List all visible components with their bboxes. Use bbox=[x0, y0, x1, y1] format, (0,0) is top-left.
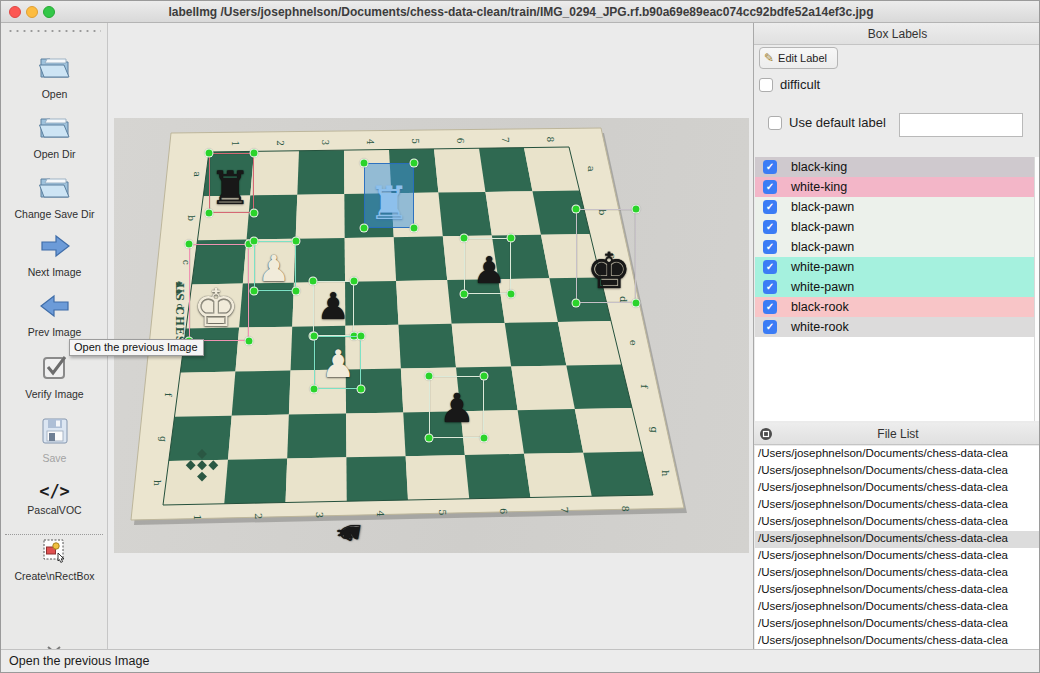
box-visible-checkbox[interactable]: ✓ bbox=[763, 240, 777, 254]
square-c5 bbox=[394, 236, 447, 281]
square-a2 bbox=[250, 151, 299, 196]
square-h6 bbox=[465, 454, 531, 499]
file-row[interactable]: /Users/josephnelson/Documents/chess-data… bbox=[755, 548, 1040, 565]
tool-save[interactable]: Save bbox=[1, 417, 108, 464]
box-label-row[interactable]: ✓white-king bbox=[755, 177, 1034, 197]
file-row[interactable]: /Users/josephnelson/Documents/chess-data… bbox=[755, 599, 1040, 616]
bbox-corner-handle[interactable] bbox=[410, 159, 419, 168]
bbox-corner-handle[interactable] bbox=[480, 434, 489, 443]
mat-coordinate-label: g bbox=[158, 436, 168, 442]
bbox-corner-handle[interactable] bbox=[507, 234, 516, 243]
tool-label: Save bbox=[1, 452, 108, 464]
box-visible-checkbox[interactable]: ✓ bbox=[763, 200, 777, 214]
toolbar-drag-handle[interactable] bbox=[7, 29, 101, 33]
box-visible-checkbox[interactable]: ✓ bbox=[763, 160, 777, 174]
mat-coordinate-label: e bbox=[628, 340, 639, 346]
default-label-input[interactable] bbox=[899, 113, 1023, 137]
bbox-corner-handle[interactable] bbox=[572, 299, 581, 308]
mat-coordinate-label: 8 bbox=[620, 505, 631, 511]
square-b6 bbox=[438, 192, 491, 236]
toolbar-sidebar: OpenOpen DirChange Save DirNext ImagePre… bbox=[1, 23, 108, 649]
bbox-black-pawn[interactable] bbox=[429, 376, 484, 438]
tool-create-rectbox[interactable]: Create\nRectBox bbox=[1, 539, 108, 582]
mat-coordinate-label: 5 bbox=[410, 138, 420, 144]
bbox-corner-handle[interactable] bbox=[250, 209, 259, 218]
edit-label-button[interactable]: ✎ Edit Label bbox=[759, 47, 838, 69]
square-e7 bbox=[505, 322, 567, 367]
square-f2 bbox=[232, 371, 291, 416]
tool-open-dir[interactable]: Open Dir bbox=[1, 113, 108, 160]
bbox-corner-handle[interactable] bbox=[572, 205, 581, 214]
bbox-corner-handle[interactable] bbox=[185, 240, 194, 249]
square-e6 bbox=[452, 323, 512, 368]
use-default-label-checkbox[interactable] bbox=[768, 116, 782, 130]
file-row[interactable]: /Users/josephnelson/Documents/chess-data… bbox=[755, 582, 1040, 599]
square-g2 bbox=[228, 415, 289, 460]
mat-coordinate-label: h bbox=[152, 480, 162, 486]
square-e5 bbox=[399, 324, 457, 369]
difficult-label: difficult bbox=[780, 77, 820, 92]
box-visible-checkbox[interactable]: ✓ bbox=[763, 180, 777, 194]
box-visible-checkbox[interactable]: ✓ bbox=[763, 320, 777, 334]
edit-label-button-text: Edit Label bbox=[778, 52, 827, 64]
mat-coordinate-label: 2 bbox=[275, 140, 285, 146]
image-canvas[interactable]: 1122334455667788aabbccddeeffgghhUS CHESS… bbox=[108, 23, 753, 649]
file-row[interactable]: /Users/josephnelson/Documents/chess-data… bbox=[755, 480, 1040, 497]
file-row[interactable]: /Users/josephnelson/Documents/chess-data… bbox=[755, 446, 1040, 463]
square-f8 bbox=[566, 365, 632, 410]
bbox-corner-handle[interactable] bbox=[245, 337, 254, 346]
box-label-row[interactable]: ✓black-pawn bbox=[755, 197, 1034, 217]
box-visible-checkbox[interactable]: ✓ bbox=[763, 260, 777, 274]
bbox-corner-handle[interactable] bbox=[350, 277, 359, 286]
square-b7 bbox=[485, 191, 541, 235]
square-c3 bbox=[294, 238, 345, 283]
status-bar: Open the previous Image bbox=[1, 649, 1040, 673]
bbox-corner-handle[interactable] bbox=[250, 237, 259, 246]
bbox-corner-handle[interactable] bbox=[460, 234, 469, 243]
tool-label: Prev Image bbox=[1, 326, 108, 338]
box-labels-header[interactable]: Box Labels bbox=[754, 23, 1040, 45]
file-row[interactable]: /Users/josephnelson/Documents/chess-data… bbox=[755, 565, 1040, 582]
tool-label: Open Dir bbox=[1, 148, 108, 160]
title-bar: labelImg /Users/josephnelson/Documents/c… bbox=[1, 1, 1040, 23]
tool-label: Create\nRectBox bbox=[1, 570, 108, 582]
arrow-left-icon bbox=[1, 293, 108, 323]
mat-coordinate-label: b bbox=[186, 215, 196, 221]
bbox-corner-handle[interactable] bbox=[632, 205, 641, 214]
box-label-text: black-pawn bbox=[791, 220, 854, 234]
mat-coordinate-label: 6 bbox=[498, 508, 509, 514]
mat-coordinate-label: 1 bbox=[230, 141, 240, 147]
bbox-corner-handle[interactable] bbox=[357, 385, 366, 394]
box-label-text: white-pawn bbox=[791, 260, 854, 274]
square-e8 bbox=[558, 321, 622, 366]
arrow-right-icon bbox=[1, 233, 108, 263]
bbox-corner-handle[interactable] bbox=[309, 277, 318, 286]
box-label-text: black-rook bbox=[791, 300, 849, 314]
verify-icon bbox=[1, 353, 108, 385]
label-list-scrollbar[interactable] bbox=[1034, 157, 1040, 421]
right-panel: Box Labels ✎ Edit Label difficult Use de… bbox=[753, 23, 1040, 649]
box-label-text: black-pawn bbox=[791, 200, 854, 214]
bbox-black-pawn[interactable] bbox=[313, 281, 354, 336]
tool-pascal-voc[interactable]: </>PascalVOC bbox=[1, 481, 108, 516]
window-title: labelImg /Users/josephnelson/Documents/c… bbox=[1, 5, 1040, 19]
square-b3 bbox=[296, 194, 345, 239]
bbox-corner-handle[interactable] bbox=[205, 149, 214, 158]
square-c4 bbox=[345, 237, 396, 282]
box-label-text: black-king bbox=[791, 160, 847, 174]
box-label-list: ✓black-king✓white-king✓black-pawn✓black-… bbox=[755, 157, 1034, 421]
tool-verify-image[interactable]: Verify Image bbox=[1, 353, 108, 400]
bbox-black-king[interactable] bbox=[576, 209, 636, 303]
mat-coordinate-label: 1 bbox=[192, 514, 203, 520]
tool-label: Change Save Dir bbox=[1, 208, 108, 220]
box-visible-checkbox[interactable]: ✓ bbox=[763, 280, 777, 294]
bbox-corner-handle[interactable] bbox=[425, 372, 434, 381]
use-default-label-text: Use default label bbox=[789, 115, 886, 130]
save-icon bbox=[1, 417, 108, 449]
bbox-corner-handle[interactable] bbox=[310, 332, 319, 341]
file-row[interactable]: /Users/josephnelson/Documents/chess-data… bbox=[755, 514, 1040, 531]
box-label-text: white-rook bbox=[791, 320, 849, 334]
tool-change-save-dir[interactable]: Change Save Dir bbox=[1, 173, 108, 220]
folder-icon bbox=[1, 173, 108, 205]
mat-coordinate-label: 6 bbox=[455, 138, 465, 144]
file-list-header[interactable]: File List bbox=[754, 423, 1040, 445]
mat-coordinate-label: a bbox=[192, 171, 202, 177]
bbox-corner-handle[interactable] bbox=[250, 149, 259, 158]
mat-coordinate-label: 2 bbox=[253, 513, 264, 519]
difficult-checkbox[interactable] bbox=[759, 78, 773, 92]
labelimg-window: labelImg /Users/josephnelson/Documents/c… bbox=[0, 0, 1040, 673]
bbox-corner-handle[interactable] bbox=[292, 287, 301, 296]
mat-coordinate-label: a bbox=[586, 166, 597, 172]
box-label-text: white-king bbox=[791, 180, 847, 194]
bbox-black-rook[interactable] bbox=[209, 153, 254, 213]
bbox-corner-handle[interactable] bbox=[632, 299, 641, 308]
bbox-corner-handle[interactable] bbox=[425, 434, 434, 443]
file-row[interactable]: /Users/josephnelson/Documents/chess-data… bbox=[755, 616, 1040, 633]
box-visible-checkbox[interactable]: ✓ bbox=[763, 220, 777, 234]
box-label-text: black-pawn bbox=[791, 240, 854, 254]
square-g8 bbox=[575, 408, 643, 453]
file-row-selected[interactable]: /Users/josephnelson/Documents/chess-data… bbox=[755, 531, 1040, 548]
square-g3 bbox=[287, 413, 346, 458]
bbox-white-king[interactable] bbox=[189, 244, 249, 341]
mat-coordinate-label: 4 bbox=[375, 510, 386, 516]
square-h3 bbox=[286, 457, 347, 502]
bbox-corner-handle[interactable] bbox=[310, 385, 319, 394]
mat-coordinate-label: 3 bbox=[314, 512, 325, 518]
file-row[interactable]: /Users/josephnelson/Documents/chess-data… bbox=[755, 633, 1040, 649]
square-f7 bbox=[511, 366, 575, 411]
box-label-row[interactable]: ✓black-king bbox=[755, 157, 1034, 177]
box-label-row[interactable]: ✓black-pawn bbox=[755, 217, 1034, 237]
mat-coordinate-label: 7 bbox=[500, 137, 510, 143]
square-h8 bbox=[583, 452, 653, 497]
bbox-corner-handle[interactable] bbox=[360, 159, 369, 168]
tool-label: Open bbox=[1, 88, 108, 100]
mat-coordinate-label: 4 bbox=[365, 139, 375, 145]
box-label-row[interactable]: ✓white-rook bbox=[755, 317, 1034, 337]
square-f1 bbox=[175, 372, 236, 417]
bbox-white-rook-selected[interactable] bbox=[364, 163, 414, 228]
status-text: Open the previous Image bbox=[9, 654, 149, 668]
square-h4 bbox=[346, 456, 408, 501]
undock-panel-icon[interactable] bbox=[759, 427, 773, 441]
bbox-corner-handle[interactable] bbox=[480, 372, 489, 381]
tool-label: PascalVOC bbox=[1, 504, 108, 516]
square-g7 bbox=[518, 409, 584, 454]
file-row[interactable]: /Users/josephnelson/Documents/chess-data… bbox=[755, 497, 1040, 514]
bbox-corner-handle[interactable] bbox=[410, 224, 419, 233]
rectbox-icon bbox=[1, 539, 108, 567]
square-g4 bbox=[346, 412, 406, 457]
tool-next-image[interactable]: Next Image bbox=[1, 233, 108, 278]
square-a7 bbox=[479, 148, 532, 192]
toolbar-separator bbox=[5, 534, 103, 535]
square-h7 bbox=[524, 453, 592, 498]
code-icon: </> bbox=[1, 481, 108, 501]
box-label-row[interactable]: ✓black-rook bbox=[755, 297, 1034, 317]
mat-coordinate-label: 7 bbox=[559, 507, 570, 513]
square-d5 bbox=[396, 280, 452, 325]
mat-coordinate-label: h bbox=[660, 470, 671, 477]
bbox-white-pawn[interactable] bbox=[314, 336, 361, 389]
chessboard-photo: 1122334455667788aabbccddeeffgghhUS CHESS… bbox=[114, 118, 749, 553]
box-label-text: white-pawn bbox=[791, 280, 854, 294]
tooltip: Open the previous Image bbox=[69, 339, 204, 356]
tool-open[interactable]: Open bbox=[1, 53, 108, 100]
file-list: /Users/josephnelson/Documents/chess-data… bbox=[755, 446, 1040, 649]
folder-icon bbox=[1, 113, 108, 145]
tool-label: Next Image bbox=[1, 266, 108, 278]
folder-icon bbox=[1, 53, 108, 85]
tool-label: Verify Image bbox=[1, 388, 108, 400]
us-chess-knights-mark: ♞♞ bbox=[174, 280, 184, 296]
bbox-corner-handle[interactable] bbox=[205, 209, 214, 218]
box-visible-checkbox[interactable]: ✓ bbox=[763, 300, 777, 314]
tool-prev-image[interactable]: Prev Image bbox=[1, 293, 108, 338]
bbox-black-pawn[interactable] bbox=[464, 238, 511, 294]
bbox-corner-handle[interactable] bbox=[360, 224, 369, 233]
file-row[interactable]: /Users/josephnelson/Documents/chess-data… bbox=[755, 463, 1040, 480]
mat-coordinate-label: 3 bbox=[320, 140, 330, 146]
bbox-corner-handle[interactable] bbox=[357, 332, 366, 341]
bbox-corner-handle[interactable] bbox=[292, 237, 301, 246]
mat-coordinate-label: g bbox=[649, 427, 660, 434]
square-a6 bbox=[434, 148, 485, 192]
square-h1 bbox=[163, 460, 228, 505]
square-h2 bbox=[224, 459, 287, 504]
bbox-corner-handle[interactable] bbox=[460, 290, 469, 299]
square-h5 bbox=[406, 455, 470, 500]
pencil-icon: ✎ bbox=[764, 51, 774, 65]
square-a3 bbox=[297, 150, 344, 195]
bbox-corner-handle[interactable] bbox=[507, 290, 516, 299]
box-label-row[interactable]: ✓white-pawn bbox=[755, 277, 1034, 297]
mat-coordinate-label: 5 bbox=[437, 509, 448, 515]
bbox-white-pawn[interactable] bbox=[254, 241, 296, 291]
box-label-row[interactable]: ✓white-pawn bbox=[755, 257, 1034, 277]
mat-coordinate-label: 8 bbox=[545, 136, 555, 142]
box-label-row[interactable]: ✓black-pawn bbox=[755, 237, 1034, 257]
bbox-corner-handle[interactable] bbox=[250, 287, 259, 296]
